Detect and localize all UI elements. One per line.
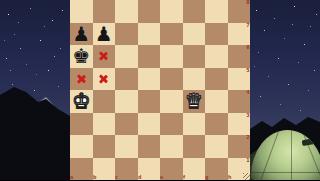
black-king[interactable]: ♚ [72, 46, 90, 66]
rank-label-4: 4 [247, 90, 250, 95]
square-g1[interactable]: g [205, 158, 228, 181]
square-c4[interactable] [115, 90, 138, 113]
square-d5[interactable] [138, 68, 161, 91]
square-a3[interactable] [70, 113, 93, 136]
square-e4[interactable] [160, 90, 183, 113]
stars-right [250, 0, 251, 1]
square-h4[interactable]: 4 [228, 90, 251, 113]
square-c3[interactable] [115, 113, 138, 136]
square-d2[interactable] [138, 135, 161, 158]
square-h7[interactable]: 7 [228, 23, 251, 46]
square-b2[interactable] [93, 135, 116, 158]
square-f1[interactable]: f [183, 158, 206, 181]
black-pawn[interactable]: ♟ [72, 24, 90, 44]
square-d1[interactable]: d [138, 158, 161, 181]
x-marker-b5 [99, 74, 108, 83]
file-label-h: h [228, 175, 231, 180]
square-f7[interactable] [183, 23, 206, 46]
file-label-g: g [205, 175, 208, 180]
square-d3[interactable] [138, 113, 161, 136]
square-h8[interactable]: 8 [228, 0, 251, 23]
square-f8[interactable] [183, 0, 206, 23]
square-d4[interactable] [138, 90, 161, 113]
square-c8[interactable] [115, 0, 138, 23]
square-g3[interactable] [205, 113, 228, 136]
square-a8[interactable] [70, 0, 93, 23]
square-f5[interactable] [183, 68, 206, 91]
square-g8[interactable] [205, 0, 228, 23]
square-f6[interactable] [183, 45, 206, 68]
square-a7[interactable]: ♟ [70, 23, 93, 46]
rank-label-5: 5 [247, 68, 250, 73]
stars-left [0, 0, 1, 1]
square-c1[interactable]: c [115, 158, 138, 181]
square-e2[interactable] [160, 135, 183, 158]
square-g2[interactable] [205, 135, 228, 158]
square-b7[interactable]: ♟ [93, 23, 116, 46]
rank-label-2: 2 [247, 135, 250, 140]
square-b1[interactable]: b [93, 158, 116, 181]
square-e7[interactable] [160, 23, 183, 46]
square-f3[interactable] [183, 113, 206, 136]
rank-label-6: 6 [247, 45, 250, 50]
square-c6[interactable] [115, 45, 138, 68]
board-resize-handle[interactable] [243, 173, 250, 180]
square-c5[interactable] [115, 68, 138, 91]
chess-board: 8♟♟7♚65♚♛432abcdefg1h [70, 0, 250, 180]
square-e1[interactable]: e [160, 158, 183, 181]
square-b4[interactable] [93, 90, 116, 113]
square-f4[interactable]: ♛ [183, 90, 206, 113]
x-marker-a5 [77, 74, 86, 83]
square-b3[interactable] [93, 113, 116, 136]
file-label-b: b [93, 175, 96, 180]
square-a5[interactable] [70, 68, 93, 91]
file-label-c: c [115, 175, 118, 180]
rank-label-8: 8 [247, 0, 250, 5]
square-c7[interactable] [115, 23, 138, 46]
rank-label-3: 3 [247, 113, 250, 118]
square-h2[interactable]: 2 [228, 135, 251, 158]
square-h5[interactable]: 5 [228, 68, 251, 91]
file-label-f: f [183, 175, 185, 180]
file-label-a: a [70, 175, 73, 180]
square-h6[interactable]: 6 [228, 45, 251, 68]
file-label-d: d [138, 175, 141, 180]
square-g5[interactable] [205, 68, 228, 91]
square-e3[interactable] [160, 113, 183, 136]
square-c2[interactable] [115, 135, 138, 158]
white-king[interactable]: ♚ [72, 91, 90, 111]
square-h3[interactable]: 3 [228, 113, 251, 136]
square-d6[interactable] [138, 45, 161, 68]
square-d7[interactable] [138, 23, 161, 46]
black-pawn[interactable]: ♟ [95, 24, 113, 44]
square-a4[interactable]: ♚ [70, 90, 93, 113]
square-a1[interactable]: a [70, 158, 93, 181]
square-b6[interactable] [93, 45, 116, 68]
tent-seam [251, 172, 320, 173]
square-f2[interactable] [183, 135, 206, 158]
rank-label-7: 7 [247, 23, 250, 28]
square-b5[interactable] [93, 68, 116, 91]
square-d8[interactable] [138, 0, 161, 23]
x-marker-b6 [99, 52, 108, 61]
square-a6[interactable]: ♚ [70, 45, 93, 68]
square-g7[interactable] [205, 23, 228, 46]
square-g6[interactable] [205, 45, 228, 68]
square-g4[interactable] [205, 90, 228, 113]
white-queen[interactable]: ♛ [185, 91, 203, 111]
square-e5[interactable] [160, 68, 183, 91]
square-b8[interactable] [93, 0, 116, 23]
screenshot-root: 8♟♟7♚65♚♛432abcdefg1h [0, 0, 320, 180]
square-a2[interactable] [70, 135, 93, 158]
rank-label-1: 1 [247, 158, 250, 163]
square-e6[interactable] [160, 45, 183, 68]
square-e8[interactable] [160, 0, 183, 23]
file-label-e: e [160, 175, 163, 180]
